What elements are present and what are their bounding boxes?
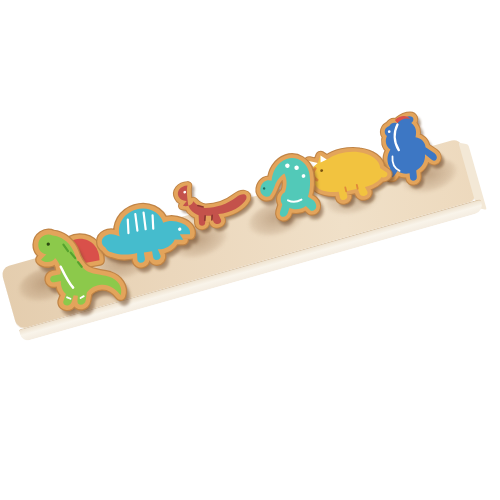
piece-green-tyrannosaurus	[27, 219, 125, 319]
product-photo	[0, 0, 500, 500]
